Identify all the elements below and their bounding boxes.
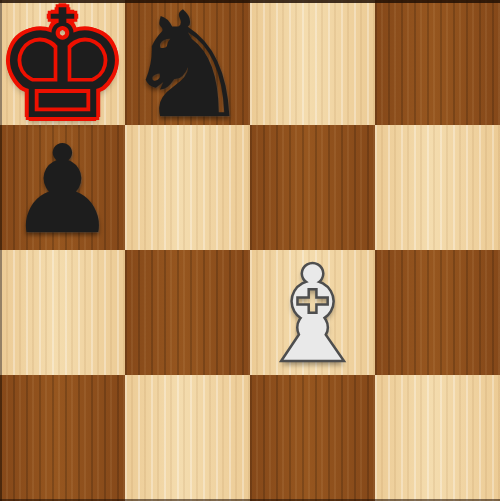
square-d5[interactable] [375, 375, 500, 501]
square-d7[interactable] [375, 125, 500, 250]
square-a8[interactable]: ♚ [0, 0, 125, 125]
square-b5[interactable] [125, 375, 250, 501]
black-knight-piece[interactable]: ♞ [122, 0, 253, 138]
square-c7[interactable] [250, 125, 375, 250]
chess-board: ♚♞♟♝ [0, 0, 500, 501]
square-d8[interactable] [375, 0, 500, 125]
square-b6[interactable] [125, 250, 250, 375]
square-c5[interactable] [250, 375, 375, 501]
square-d6[interactable] [375, 250, 500, 375]
square-b8[interactable]: ♞ [125, 0, 250, 125]
white-bishop-piece[interactable]: ♝ [252, 248, 372, 382]
black-pawn-piece[interactable]: ♟ [8, 129, 117, 251]
square-a5[interactable] [0, 375, 125, 501]
square-a6[interactable] [0, 250, 125, 375]
square-c8[interactable] [250, 0, 375, 125]
square-c6[interactable]: ♝ [250, 250, 375, 375]
square-a7[interactable]: ♟ [0, 125, 125, 250]
